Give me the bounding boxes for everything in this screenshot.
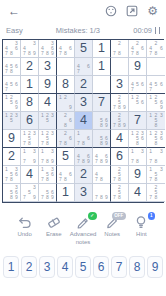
numpad-7[interactable]: 7	[111, 256, 127, 278]
cell-r3c5[interactable]: 2	[75, 76, 93, 94]
pencil-notes: 4567	[147, 76, 165, 93]
cell-r6c8[interactable]: 123568	[129, 130, 147, 148]
cell-r8c8[interactable]: 9	[129, 166, 147, 184]
cell-r9c6[interactable]: 789	[93, 184, 111, 202]
cell-digit: 6	[26, 114, 33, 127]
cell-r3c8[interactable]: 4567	[129, 76, 147, 94]
toolbar: Undo Erase ✓ Advanced notes OFF Notes	[0, 203, 166, 246]
cell-r3c3[interactable]: 9	[39, 76, 57, 94]
cell-r7c7[interactable]: 6	[111, 148, 129, 166]
pencil-notes: 13789	[39, 148, 56, 165]
cell-r7c6[interactable]: 46789	[93, 148, 111, 166]
cell-digit: 4	[26, 168, 33, 181]
cell-digit: 1	[26, 78, 33, 91]
pencil-notes: 1379	[21, 148, 38, 165]
cell-r3c2[interactable]: 1	[21, 76, 39, 94]
cell-r4c3[interactable]: 4	[39, 94, 57, 112]
cell-r1c9[interactable]: 24678	[147, 40, 165, 58]
cell-digit: 2	[26, 60, 33, 73]
cell-r1c3[interactable]: 346789	[39, 40, 57, 58]
pencil-notes: 1235	[39, 112, 56, 129]
settings-icon[interactable]: ⚙	[147, 5, 158, 17]
cell-r1c8[interactable]: 24678	[129, 40, 147, 58]
cell-digit: 3	[44, 60, 51, 73]
cell-digit: 4	[134, 186, 141, 199]
cell-digit: 3	[80, 96, 87, 109]
cell-r8c5[interactable]: 2	[75, 166, 93, 184]
cell-r4c2[interactable]: 8	[21, 94, 39, 112]
cell-digit: 9	[44, 78, 51, 91]
pencil-notes: 34678	[3, 40, 20, 57]
cell-r2c1[interactable]: 45678	[3, 58, 21, 76]
cell-r9c3[interactable]: 56789	[39, 184, 57, 202]
timer-group: 00:09	[133, 26, 160, 35]
pencil-notes: 13578	[147, 166, 165, 183]
numpad-8[interactable]: 8	[129, 256, 145, 278]
cell-digit: 2	[8, 150, 15, 163]
cell-r2c7[interactable]	[111, 58, 129, 76]
numpad-1[interactable]: 1	[3, 256, 19, 278]
pencil-notes: 12358	[147, 112, 165, 129]
app-bar: ← ⚙	[0, 0, 166, 20]
cell-digit: 5	[62, 150, 69, 163]
pencil-notes: 46789	[93, 148, 110, 165]
cell-r9c7[interactable]: 2578	[111, 184, 129, 202]
difficulty-label: Easy	[6, 26, 23, 35]
pencil-notes: 123578	[39, 130, 56, 147]
timer-value: 00:09	[133, 26, 152, 35]
cell-digit: 2	[80, 168, 87, 181]
pencil-notes: 268	[57, 112, 74, 129]
cell-digit: 2	[80, 78, 87, 91]
status-row: Easy Mistakes: 1/3 00:09	[0, 20, 166, 39]
cell-r7c3[interactable]: 13789	[39, 148, 57, 166]
cell-digit: 4	[116, 132, 123, 145]
pencil-notes: 1235	[3, 112, 20, 129]
cell-r6c3[interactable]: 123578	[39, 130, 57, 148]
cell-r4c5[interactable]: 3	[75, 94, 93, 112]
cell-r7c9[interactable]: 1378	[147, 148, 165, 166]
fullscreen-icon[interactable]	[126, 5, 138, 17]
undo-button[interactable]: Undo	[10, 215, 39, 246]
cell-digit: 7	[134, 114, 141, 127]
cell-r5c3[interactable]: 1235	[39, 112, 57, 130]
numpad-5[interactable]: 5	[75, 256, 91, 278]
cell-r9c9[interactable]: 2578	[147, 184, 165, 202]
cell-r1c7[interactable]: 278	[111, 40, 129, 58]
numpad-9[interactable]: 9	[147, 256, 163, 278]
undo-label: Undo	[17, 231, 31, 239]
erase-button[interactable]: Erase	[39, 215, 68, 246]
back-icon[interactable]: ←	[8, 5, 20, 17]
pencil-notes: 2578	[147, 184, 165, 201]
cell-r1c2[interactable]: 34789	[21, 40, 39, 58]
cell-r1c6[interactable]: 1	[93, 40, 111, 58]
cell-r2c2[interactable]: 2	[21, 58, 39, 76]
pencil-notes: 4678	[57, 40, 74, 57]
pencil-notes: 5689	[93, 112, 110, 129]
cell-r7c1[interactable]: 2	[3, 148, 21, 166]
cell-r6c6[interactable]: 5689	[93, 130, 111, 148]
cell-r2c5[interactable]: 467	[75, 58, 93, 76]
cell-r7c5[interactable]: 46789	[75, 148, 93, 166]
cell-r6c5[interactable]: 1678	[75, 130, 93, 148]
pencil-notes: 12569	[3, 94, 20, 111]
pencil-notes: 4678	[57, 166, 74, 183]
cell-r4c4[interactable]: 129	[57, 94, 75, 112]
cell-r8c6[interactable]: 478	[93, 166, 111, 184]
cell-digit: 1	[98, 42, 105, 55]
cell-r6c2[interactable]: 123578	[21, 130, 39, 148]
pencil-notes: 35689	[3, 184, 20, 201]
cell-digit: 9	[134, 60, 141, 73]
pencil-notes: 2578	[111, 166, 128, 183]
pencil-notes: 25789	[111, 112, 128, 129]
cell-r3c6[interactable]	[93, 76, 111, 94]
cell-r3c7[interactable]: 3	[111, 76, 129, 94]
cell-r1c1[interactable]: 34678	[3, 40, 21, 58]
pencil-notes: 3579	[21, 184, 38, 201]
cell-r8c1[interactable]: 135678	[3, 166, 21, 184]
cell-r5c4[interactable]: 268	[57, 112, 75, 130]
cell-r2c4[interactable]	[57, 58, 75, 76]
pencil-notes: 2678	[57, 130, 74, 147]
pencil-notes: 4567	[3, 76, 20, 93]
cell-r4c7[interactable]: 25789	[111, 94, 129, 112]
pencil-notes: 4567	[129, 76, 146, 93]
cell-digit: 6	[116, 150, 123, 163]
cell-r8c4[interactable]: 4678	[57, 166, 75, 184]
cell-r2c9[interactable]	[147, 58, 165, 76]
hint-badge: 1	[148, 212, 156, 220]
cell-digit: 7	[98, 96, 105, 109]
cell-digit: 9	[8, 132, 15, 145]
cell-r3c1[interactable]: 4567	[3, 76, 21, 94]
pencil-notes: 478	[93, 166, 110, 183]
cell-r5c1[interactable]: 1235	[3, 112, 21, 130]
pencil-notes: 25789	[111, 94, 128, 111]
cell-r5c6[interactable]: 5689	[93, 112, 111, 130]
pencil-notes: 135678	[3, 166, 20, 183]
pencil-notes: 123568	[129, 130, 146, 147]
pencil-notes: 5689	[93, 130, 110, 147]
advanced-notes-badge: ✓	[88, 212, 97, 220]
cell-digit: 8	[62, 78, 69, 91]
pencil-notes: 346789	[39, 40, 56, 57]
pencil-notes: 46789	[75, 148, 92, 165]
pencil-notes: 467	[75, 58, 92, 75]
cell-digit: 4	[44, 96, 51, 109]
pencil-notes: 12569	[147, 94, 165, 111]
numpad-3[interactable]: 3	[39, 256, 55, 278]
notes-label: Notes	[104, 231, 120, 239]
cell-r4c8[interactable]: 1256	[129, 94, 147, 112]
cell-r5c7[interactable]: 25789	[111, 112, 129, 130]
cell-r5c2[interactable]: 6	[21, 112, 39, 130]
cell-r2c3[interactable]: 3	[39, 58, 57, 76]
cell-r5c5[interactable]: 4	[75, 112, 93, 130]
pencil-notes: 135678	[39, 166, 56, 183]
cell-r1c4[interactable]: 4678	[57, 40, 75, 58]
pencil-notes: 45678	[3, 58, 20, 75]
pencil-notes: 1378	[147, 148, 165, 165]
erase-label: Erase	[46, 231, 62, 239]
cell-r6c9[interactable]: 123568	[147, 130, 165, 148]
cell-digit: 3	[116, 78, 123, 91]
undo-icon	[18, 215, 32, 229]
cell-r7c8[interactable]: 1378	[129, 148, 147, 166]
cell-r4c9[interactable]: 12569	[147, 94, 165, 112]
mistakes-label: Mistakes: 1/3	[56, 26, 100, 35]
cell-r4c1[interactable]: 12569	[3, 94, 21, 112]
cell-digit: 1	[98, 60, 105, 73]
pencil-notes: 123578	[21, 130, 38, 147]
cell-r6c1[interactable]: 9	[3, 130, 21, 148]
pencil-notes: 123568	[147, 130, 165, 147]
pencil-notes: 56789	[39, 184, 56, 201]
cell-digit: 4	[80, 114, 87, 127]
pencil-notes: 24678	[129, 40, 146, 57]
advanced-notes-button[interactable]: ✓ Advanced notes	[68, 215, 97, 246]
cell-r9c5[interactable]: 3	[75, 184, 93, 202]
cell-r4c6[interactable]: 7	[93, 94, 111, 112]
number-pad: 123456789	[0, 246, 166, 278]
numpad-4[interactable]: 4	[57, 256, 73, 278]
hint-button[interactable]: 1 Hint	[127, 215, 156, 246]
pencil-notes: 1378	[129, 148, 146, 165]
cell-r1c5[interactable]: 5	[75, 40, 93, 58]
notes-badge: OFF	[112, 212, 126, 220]
pencil-notes: 2578	[111, 184, 128, 201]
cell-r6c4[interactable]: 2678	[57, 130, 75, 148]
cell-digit: 9	[134, 168, 141, 181]
cell-r2c6[interactable]: 1	[93, 58, 111, 76]
pencil-notes: 34789	[21, 40, 38, 57]
hint-label: Hint	[136, 231, 147, 239]
cell-r8c7[interactable]: 2578	[111, 166, 129, 184]
cell-r9c8[interactable]: 4	[129, 184, 147, 202]
cell-digit: 5	[80, 42, 87, 55]
cell-r6c7[interactable]: 4	[111, 130, 129, 148]
hint-bulb-icon	[134, 215, 148, 229]
cell-digit: 3	[80, 186, 87, 199]
sudoku-board: 3467834789346789467851278246782467845678…	[2, 39, 164, 203]
cell-r9c2[interactable]: 3579	[21, 184, 39, 202]
cell-r7c2[interactable]: 1379	[21, 148, 39, 166]
cell-r7c4[interactable]: 5	[57, 148, 75, 166]
advanced-notes-label: Advanced notes	[68, 231, 97, 246]
eraser-icon	[47, 215, 61, 229]
pencil-notes: 1678	[75, 130, 92, 147]
cell-r8c9[interactable]: 13578	[147, 166, 165, 184]
cell-r3c9[interactable]: 4567	[147, 76, 165, 94]
cell-r9c4[interactable]: 1	[57, 184, 75, 202]
cell-r5c8[interactable]: 7	[129, 112, 147, 130]
cell-digit: 8	[26, 96, 33, 109]
app-bar-actions: ⚙	[105, 5, 158, 17]
numpad-6[interactable]: 6	[93, 256, 109, 278]
cell-r2c8[interactable]: 9	[129, 58, 147, 76]
cell-r3c4[interactable]: 8	[57, 76, 75, 94]
pencil-notes: 278	[111, 40, 128, 57]
notes-button[interactable]: OFF Notes	[98, 215, 127, 246]
pause-icon[interactable]	[155, 27, 160, 34]
cell-r8c2[interactable]: 4	[21, 166, 39, 184]
cell-digit: 1	[62, 186, 69, 199]
cell-r8c3[interactable]: 135678	[39, 166, 57, 184]
pencil-notes: 24678	[147, 40, 165, 57]
cell-r9c1[interactable]: 35689	[3, 184, 21, 202]
pencil-notes: 789	[93, 184, 110, 201]
cell-r5c9[interactable]: 12358	[147, 112, 165, 130]
numpad-2[interactable]: 2	[21, 256, 37, 278]
pencil-notes: 129	[57, 94, 74, 111]
palette-icon[interactable]	[105, 5, 117, 17]
pencil-notes: 1256	[129, 94, 146, 111]
